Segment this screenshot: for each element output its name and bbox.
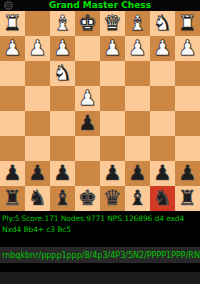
square-h4[interactable] (0, 86, 25, 111)
black-pawn-piece: ♟ (78, 111, 97, 136)
engine-status-text: Ply:5 Score:171 Nodes:9771 NPS:126896 d4… (2, 213, 198, 235)
square-d1[interactable]: ♛ (100, 11, 125, 36)
black-king-piece: ♚ (78, 186, 97, 211)
white-pawn-piece: ♟ (178, 36, 197, 61)
square-f5[interactable] (50, 111, 75, 136)
white-pawn-piece: ♟ (28, 36, 47, 61)
square-a4[interactable] (175, 86, 200, 111)
square-b6[interactable] (150, 136, 175, 161)
square-e5[interactable]: ♟ (75, 111, 100, 136)
black-pawn-piece: ♟ (178, 161, 197, 186)
hamburger-menu-icon[interactable] (4, 1, 13, 10)
black-pawn-piece: ♟ (153, 161, 172, 186)
square-b8[interactable]: ♞ (150, 186, 175, 211)
square-f6[interactable] (50, 136, 75, 161)
square-h7[interactable]: ♟ (0, 161, 25, 186)
square-g3[interactable] (25, 61, 50, 86)
square-c8[interactable]: ♝ (125, 186, 150, 211)
square-h1[interactable]: ♜ (0, 11, 25, 36)
white-pawn-piece: ♟ (103, 36, 122, 61)
white-king-piece: ♚ (78, 11, 97, 36)
white-pawn-piece: ♟ (3, 36, 22, 61)
square-g5[interactable] (25, 111, 50, 136)
black-pawn-piece: ♟ (53, 161, 72, 186)
square-c4[interactable] (125, 86, 150, 111)
square-e4[interactable]: ♟ (75, 86, 100, 111)
white-pawn-piece: ♟ (153, 36, 172, 61)
square-a1[interactable]: ♜ (175, 11, 200, 36)
title-bar: Grand Master Chess (0, 0, 200, 11)
bottom-bar (0, 272, 200, 284)
black-pawn-piece: ♟ (128, 161, 147, 186)
square-h2[interactable]: ♟ (0, 36, 25, 61)
square-g2[interactable]: ♟ (25, 36, 50, 61)
square-g8[interactable]: ♞ (25, 186, 50, 211)
white-bishop-piece: ♝ (128, 11, 147, 36)
square-e1[interactable]: ♚ (75, 11, 100, 36)
black-queen-piece: ♛ (103, 186, 122, 211)
square-g7[interactable]: ♟ (25, 161, 50, 186)
square-c6[interactable] (125, 136, 150, 161)
square-f3[interactable]: ♞ (50, 61, 75, 86)
square-c5[interactable] (125, 111, 150, 136)
black-bishop-piece: ♝ (128, 186, 147, 211)
black-knight-piece: ♞ (28, 186, 47, 211)
square-f4[interactable] (50, 86, 75, 111)
white-pawn-piece: ♟ (53, 36, 72, 61)
square-b2[interactable]: ♟ (150, 36, 175, 61)
square-e6[interactable] (75, 136, 100, 161)
white-queen-piece: ♛ (103, 11, 122, 36)
square-g1[interactable] (25, 11, 50, 36)
square-e7[interactable] (75, 161, 100, 186)
white-bishop-piece: ♝ (53, 11, 72, 36)
square-d5[interactable] (100, 111, 125, 136)
white-knight-piece: ♞ (53, 61, 72, 86)
white-rook-piece: ♜ (178, 11, 197, 36)
fen-text: rnbqkbnr/pppp1ppp/8/4p3/4P3/5N2/PPPP1PPP… (0, 251, 200, 260)
square-c7[interactable]: ♟ (125, 161, 150, 186)
square-h8[interactable]: ♜ (0, 186, 25, 211)
square-c3[interactable] (125, 61, 150, 86)
square-a5[interactable] (175, 111, 200, 136)
square-d7[interactable]: ♟ (100, 161, 125, 186)
square-f8[interactable]: ♝ (50, 186, 75, 211)
black-pawn-piece: ♟ (3, 161, 22, 186)
square-f7[interactable]: ♟ (50, 161, 75, 186)
black-knight-piece: ♞ (153, 186, 172, 211)
square-d6[interactable] (100, 136, 125, 161)
square-d2[interactable]: ♟ (100, 36, 125, 61)
white-pawn-piece: ♟ (78, 86, 97, 111)
fen-input-bar[interactable]: rnbqkbnr/pppp1ppp/8/4p3/4P3/5N2/PPPP1PPP… (0, 247, 200, 263)
white-rook-piece: ♜ (3, 11, 22, 36)
square-e3[interactable] (75, 61, 100, 86)
square-e8[interactable]: ♚ (75, 186, 100, 211)
square-c2[interactable]: ♟ (125, 36, 150, 61)
square-f1[interactable]: ♝ (50, 11, 75, 36)
square-g4[interactable] (25, 86, 50, 111)
square-h6[interactable] (0, 136, 25, 161)
square-e2[interactable] (75, 36, 100, 61)
square-f2[interactable]: ♟ (50, 36, 75, 61)
square-b4[interactable] (150, 86, 175, 111)
white-knight-piece: ♞ (153, 11, 172, 36)
square-h5[interactable] (0, 111, 25, 136)
square-d3[interactable] (100, 61, 125, 86)
square-g6[interactable] (25, 136, 50, 161)
square-a3[interactable] (175, 61, 200, 86)
square-d8[interactable]: ♛ (100, 186, 125, 211)
square-b7[interactable]: ♟ (150, 161, 175, 186)
black-rook-piece: ♜ (3, 186, 22, 211)
square-a7[interactable]: ♟ (175, 161, 200, 186)
square-b5[interactable] (150, 111, 175, 136)
black-bishop-piece: ♝ (53, 186, 72, 211)
square-a8[interactable]: ♜ (175, 186, 200, 211)
chess-board: ♜♝♚♛♝♞♜♟♟♟♟♟♟♟♞♟♟♟♟♟♟♟♟♟♜♞♝♚♛♝♞♜ (0, 11, 200, 211)
square-c1[interactable]: ♝ (125, 11, 150, 36)
white-pawn-piece: ♟ (128, 36, 147, 61)
square-b1[interactable]: ♞ (150, 11, 175, 36)
square-h3[interactable] (0, 61, 25, 86)
square-a6[interactable] (175, 136, 200, 161)
app-title: Grand Master Chess (49, 0, 151, 11)
black-rook-piece: ♜ (178, 186, 197, 211)
square-b3[interactable] (150, 61, 175, 86)
square-a2[interactable]: ♟ (175, 36, 200, 61)
black-pawn-piece: ♟ (103, 161, 122, 186)
square-d4[interactable] (100, 86, 125, 111)
black-pawn-piece: ♟ (28, 161, 47, 186)
